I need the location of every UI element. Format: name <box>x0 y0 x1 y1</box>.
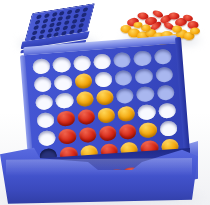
cell-r5c3 <box>78 127 96 143</box>
cell-r4c1 <box>36 112 54 128</box>
cell-r3c6 <box>136 86 154 102</box>
cell-r4c5 <box>117 106 135 122</box>
cell-r4c6 <box>138 104 156 120</box>
cell-r5c4 <box>99 125 117 141</box>
cell-r5c2 <box>58 128 76 144</box>
cell-r1c5 <box>113 52 131 68</box>
cell-r2c2 <box>54 75 72 91</box>
yellow-disc <box>134 22 143 28</box>
cell-r2c4 <box>94 71 112 87</box>
cell-r3c3 <box>76 91 94 107</box>
cell-r2c5 <box>115 70 133 86</box>
cell-r4c4 <box>97 107 115 123</box>
cell-r1c3 <box>73 55 91 71</box>
cell-r3c5 <box>116 88 134 104</box>
cell-r2c6 <box>135 68 153 84</box>
cell-r5c7 <box>159 120 177 136</box>
cell-r3c4 <box>96 89 114 105</box>
cell-r3c2 <box>55 93 73 109</box>
cell-r4c2 <box>57 110 75 126</box>
connect-four-product-photo <box>0 0 210 205</box>
cell-r2c3 <box>74 73 92 89</box>
yellow-disc <box>172 26 182 33</box>
yellow-disc <box>190 28 200 35</box>
cell-r5c6 <box>139 122 157 138</box>
yellow-disc <box>141 25 151 32</box>
cell-r3c1 <box>35 94 53 110</box>
cell-r2c1 <box>34 76 52 92</box>
cell-r1c2 <box>52 57 70 73</box>
cell-r1c6 <box>133 50 151 66</box>
cell-r4c7 <box>158 102 176 118</box>
cell-r2c7 <box>155 67 173 83</box>
cell-r1c1 <box>32 58 50 74</box>
cell-r3c7 <box>156 85 174 101</box>
cell-r1c4 <box>93 53 111 69</box>
cell-r1c7 <box>154 49 172 65</box>
cell-r5c5 <box>119 124 137 140</box>
cell-r5c1 <box>38 130 56 146</box>
cell-r4c3 <box>77 109 95 125</box>
